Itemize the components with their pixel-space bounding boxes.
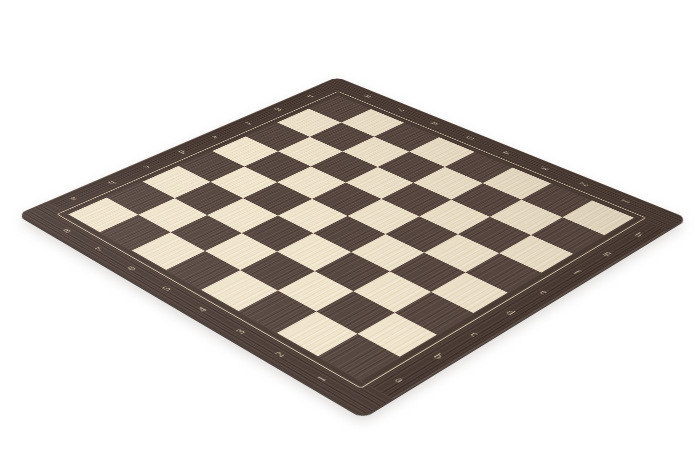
coord-right-8: 8 [362,94,373,99]
coord-top-d: d [176,149,187,154]
coord-top-a: a [69,196,80,202]
coord-right-5: 5 [463,135,475,140]
photo-background: aabbccddeeffgghh1122334455667788 [0,0,700,475]
coord-top-b: b [105,180,116,186]
coord-right-1: 1 [619,198,632,204]
coord-bottom-a: a [392,375,406,383]
coord-left-4: 4 [195,306,208,314]
coord-top-f: f [243,121,253,125]
coord-right-7: 7 [394,107,405,112]
coord-left-1: 1 [313,374,328,383]
coord-bottom-h: h [632,231,644,237]
board-scene: aabbccddeeffgghh1122334455667788 [0,0,700,475]
coord-left-8: 8 [61,228,73,234]
coord-top-e: e [210,135,221,140]
coord-top-h: h [304,94,315,99]
coord-left-7: 7 [92,246,104,253]
coord-bottom-d: d [503,309,516,317]
coord-bottom-e: e [538,288,551,295]
coord-right-3: 3 [538,166,551,172]
coord-top-c: c [142,164,153,169]
coord-right-4: 4 [500,150,512,155]
chess-board: aabbccddeeffgghh1122334455667788 [18,77,687,417]
coord-bottom-g: g [602,250,615,257]
coord-left-2: 2 [272,350,286,358]
board-coordinates: aabbccddeeffgghh1122334455667788 [18,77,687,417]
coord-bottom-f: f [571,269,582,275]
coord-bottom-c: c [468,330,481,338]
coord-left-3: 3 [233,327,247,335]
coord-left-5: 5 [159,285,172,292]
coord-bottom-b: b [431,352,445,360]
coord-top-g: g [274,107,285,112]
coord-right-6: 6 [428,121,440,126]
coord-right-2: 2 [578,182,591,188]
coord-left-6: 6 [125,265,138,272]
